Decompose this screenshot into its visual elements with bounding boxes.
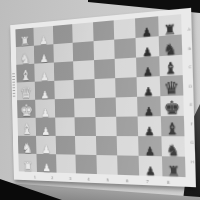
coordinate-label: E (189, 104, 192, 108)
square[interactable]: ♟ (135, 16, 158, 38)
white-rook[interactable]: ♜ (19, 160, 38, 173)
square[interactable] (115, 77, 137, 97)
file-coordinates-right: ABCDEFGH (187, 21, 194, 172)
coordinate-label: A (187, 28, 190, 32)
coordinate-label: H (191, 161, 194, 165)
square[interactable]: ♟ (36, 136, 55, 154)
square[interactable] (95, 117, 117, 136)
coordinate-label: 3 (69, 177, 71, 181)
square[interactable] (93, 20, 114, 41)
chessboard-photo: ♜♟♟♜♞♟♟♞♝♟♟♝♛♟♟♛♚♟♟♚♝♟♟♝♞♟♟♞♜♟♟♜ 1234567… (0, 0, 200, 200)
black-queen[interactable]: ♛ (159, 79, 183, 97)
square[interactable] (75, 117, 96, 136)
black-rook[interactable]: ♜ (162, 164, 186, 179)
square[interactable] (74, 98, 95, 117)
square[interactable] (115, 58, 137, 79)
square[interactable]: ♟ (37, 154, 57, 173)
coordinate-label: 1 (34, 176, 36, 180)
coordinate-label: 8 (167, 181, 170, 185)
square[interactable]: ♜ (15, 28, 34, 47)
square[interactable] (114, 38, 136, 59)
square[interactable] (94, 97, 116, 117)
square[interactable]: ♜ (18, 154, 37, 172)
square[interactable]: ♜ (162, 156, 186, 177)
square[interactable]: ♟ (34, 44, 53, 63)
square[interactable]: ♞ (158, 34, 182, 56)
square[interactable] (53, 43, 73, 63)
square[interactable] (73, 60, 94, 80)
square[interactable]: ♛ (159, 75, 183, 96)
black-bishop[interactable]: ♝ (161, 121, 185, 137)
chess-board: ♜♟♟♜♞♟♟♞♝♟♟♝♛♟♟♛♚♟♟♚♝♟♟♝♞♟♟♞♜♟♟♜ 1234567… (10, 8, 196, 187)
square[interactable] (94, 59, 116, 79)
white-bishop[interactable]: ♝ (18, 123, 37, 137)
square[interactable] (55, 99, 75, 118)
board-grid: ♜♟♟♜♞♟♟♞♝♟♟♝♛♟♟♛♚♟♟♚♝♟♟♝♞♟♟♞♜♟♟♜ (15, 14, 185, 177)
square[interactable] (95, 136, 117, 155)
square[interactable] (74, 79, 95, 99)
square[interactable]: ♟ (36, 118, 55, 136)
square[interactable]: ♟ (34, 26, 53, 46)
square[interactable]: ♟ (138, 116, 161, 136)
square[interactable] (94, 78, 116, 98)
square[interactable]: ♜ (158, 14, 182, 36)
black-king[interactable]: ♚ (160, 99, 184, 118)
coordinate-label: F (190, 123, 193, 127)
square[interactable] (55, 117, 75, 136)
square[interactable] (114, 18, 136, 39)
square[interactable]: ♟ (35, 63, 54, 82)
board-edge-marking (12, 73, 15, 97)
square[interactable] (56, 154, 76, 173)
square[interactable]: ♟ (136, 56, 159, 77)
board-playing-area: ♜♟♟♜♞♟♟♞♝♟♟♝♛♟♟♛♚♟♟♚♝♟♟♝♞♟♟♞♜♟♟♜ (15, 14, 185, 177)
square[interactable] (72, 22, 93, 42)
square[interactable]: ♟ (138, 136, 161, 156)
square[interactable] (76, 155, 97, 174)
square[interactable]: ♝ (16, 64, 35, 83)
square[interactable]: ♞ (161, 136, 185, 156)
square[interactable]: ♟ (35, 99, 54, 118)
square[interactable] (116, 116, 138, 136)
square[interactable]: ♞ (18, 136, 37, 154)
square[interactable] (53, 24, 73, 44)
square[interactable]: ♞ (16, 46, 35, 65)
square[interactable] (117, 155, 139, 175)
coordinate-label: 4 (87, 178, 90, 182)
square[interactable] (96, 155, 118, 175)
coordinate-label: 5 (106, 178, 109, 182)
square[interactable]: ♝ (159, 55, 183, 76)
square[interactable] (93, 40, 114, 61)
square[interactable]: ♝ (160, 116, 184, 136)
square[interactable] (73, 41, 94, 61)
square[interactable]: ♟ (35, 81, 54, 100)
coordinate-label: 6 (126, 179, 129, 183)
square[interactable]: ♛ (17, 82, 36, 101)
coordinate-label: D (189, 85, 192, 89)
square[interactable]: ♝ (18, 118, 37, 136)
square[interactable] (117, 136, 139, 156)
square[interactable] (54, 61, 74, 80)
square[interactable]: ♚ (160, 95, 184, 116)
coordinate-label: B (188, 47, 191, 51)
square[interactable] (54, 80, 74, 99)
square[interactable]: ♚ (17, 100, 36, 118)
coordinate-label: 7 (146, 180, 149, 184)
square[interactable] (116, 97, 138, 117)
coordinate-label: G (191, 142, 194, 146)
square[interactable]: ♟ (137, 96, 160, 116)
white-pawn[interactable]: ♟ (37, 162, 56, 173)
white-king[interactable]: ♚ (17, 103, 36, 119)
coordinate-label: C (188, 66, 191, 70)
square[interactable] (75, 136, 96, 155)
square[interactable]: ♟ (139, 156, 162, 176)
square[interactable]: ♟ (137, 76, 160, 97)
square[interactable]: ♟ (136, 36, 159, 57)
coordinate-label: 2 (51, 176, 53, 180)
square[interactable] (55, 136, 75, 155)
black-pawn[interactable]: ♟ (139, 165, 162, 177)
